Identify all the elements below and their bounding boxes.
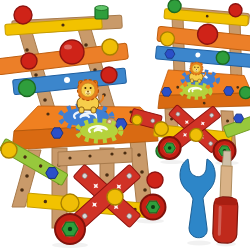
peg-red <box>147 172 163 188</box>
screwdriver-shaft <box>220 166 232 199</box>
peg-yellow <box>107 189 123 205</box>
peg-yellow <box>61 194 79 212</box>
peg-green <box>239 86 250 98</box>
screw-blue <box>234 114 244 123</box>
peg-red-large <box>60 40 84 64</box>
dot-white <box>64 77 70 83</box>
screwdriver <box>213 151 240 244</box>
screw-blue <box>51 128 63 138</box>
highlight <box>64 45 72 50</box>
peg-yellow <box>154 121 168 135</box>
screw-blue <box>165 49 175 58</box>
wheel-nut <box>141 195 166 220</box>
screw-blue <box>161 87 171 96</box>
peg-green <box>168 0 181 13</box>
peg-yellow <box>102 39 118 55</box>
wrench <box>180 159 215 238</box>
peg-green <box>216 51 229 64</box>
peg-red <box>21 53 37 69</box>
peg-yellow <box>160 32 174 46</box>
peg-red <box>14 6 32 24</box>
screw-blue <box>223 87 233 96</box>
peg-red <box>229 3 242 16</box>
peg-green-cylinder <box>95 6 108 20</box>
peg-yellow <box>1 142 17 158</box>
toy-scene <box>0 0 250 250</box>
wheel-nut <box>55 214 85 244</box>
peg-green <box>19 80 36 97</box>
screw-hole <box>61 23 64 26</box>
peg-red-large <box>197 24 218 45</box>
peg-yellow <box>132 115 142 125</box>
handle-band <box>214 198 237 206</box>
product-photo: Wooden DIY assembly chair construction t… <box>0 0 250 250</box>
peg-yellow <box>189 128 202 141</box>
small-chair <box>152 0 250 163</box>
screw-blue <box>46 168 59 179</box>
wheel-nut <box>158 137 181 160</box>
peg-red <box>101 67 117 83</box>
